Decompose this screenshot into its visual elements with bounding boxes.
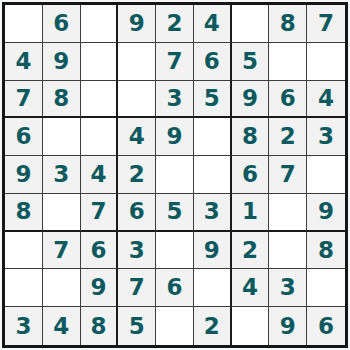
sudoku-cell-r9c2[interactable]: 4 (43, 307, 81, 345)
sudoku-cell-r9c8[interactable]: 9 (269, 307, 307, 345)
sudoku-cell-r7c6[interactable]: 9 (194, 232, 232, 270)
sudoku-cell-r1c8[interactable]: 8 (269, 5, 307, 43)
sudoku-cell-r7c1[interactable] (5, 232, 43, 270)
sudoku-cell-r3c5[interactable]: 3 (156, 81, 194, 119)
sudoku-cell-r1c4[interactable]: 9 (118, 5, 156, 43)
sudoku-cell-r1c3[interactable] (81, 5, 119, 43)
sudoku-cell-r5c9[interactable] (307, 156, 345, 194)
sudoku-cell-r2c1[interactable]: 4 (5, 43, 43, 81)
sudoku-cell-r1c9[interactable]: 7 (307, 5, 345, 43)
sudoku-cell-r1c5[interactable]: 2 (156, 5, 194, 43)
sudoku-cell-r3c3[interactable] (81, 81, 119, 119)
sudoku-cell-r6c6[interactable]: 3 (194, 194, 232, 232)
sudoku-cell-r1c7[interactable] (232, 5, 270, 43)
sudoku-cell-r6c9[interactable]: 9 (307, 194, 345, 232)
sudoku-cell-r2c4[interactable] (118, 43, 156, 81)
sudoku-cell-r1c2[interactable]: 6 (43, 5, 81, 43)
sudoku-cell-r7c7[interactable]: 2 (232, 232, 270, 270)
sudoku-cell-r4c9[interactable]: 3 (307, 118, 345, 156)
sudoku-cell-r4c1[interactable]: 6 (5, 118, 43, 156)
sudoku-cell-r2c6[interactable]: 6 (194, 43, 232, 81)
sudoku-cell-r9c5[interactable] (156, 307, 194, 345)
sudoku-cell-r8c6[interactable] (194, 269, 232, 307)
sudoku-cell-r2c9[interactable] (307, 43, 345, 81)
sudoku-cell-r9c9[interactable]: 6 (307, 307, 345, 345)
sudoku-cell-r5c2[interactable]: 3 (43, 156, 81, 194)
sudoku-cell-r4c5[interactable]: 9 (156, 118, 194, 156)
sudoku-cell-r6c5[interactable]: 5 (156, 194, 194, 232)
sudoku-cell-r8c8[interactable]: 3 (269, 269, 307, 307)
sudoku-cell-r8c9[interactable] (307, 269, 345, 307)
sudoku-cell-r5c6[interactable] (194, 156, 232, 194)
sudoku-cell-r6c3[interactable]: 7 (81, 194, 119, 232)
sudoku-cell-r5c4[interactable]: 2 (118, 156, 156, 194)
sudoku-cell-r7c9[interactable]: 8 (307, 232, 345, 270)
sudoku-cell-r6c2[interactable] (43, 194, 81, 232)
sudoku-cell-r7c4[interactable]: 3 (118, 232, 156, 270)
sudoku-cell-r3c2[interactable]: 8 (43, 81, 81, 119)
sudoku-cell-r7c3[interactable]: 6 (81, 232, 119, 270)
sudoku-cell-r4c6[interactable] (194, 118, 232, 156)
sudoku-cell-r4c8[interactable]: 2 (269, 118, 307, 156)
sudoku-cell-r5c1[interactable]: 9 (5, 156, 43, 194)
sudoku-cell-r4c4[interactable]: 4 (118, 118, 156, 156)
sudoku-cell-r8c1[interactable] (5, 269, 43, 307)
sudoku-cell-r5c8[interactable]: 7 (269, 156, 307, 194)
sudoku-cell-r5c3[interactable]: 4 (81, 156, 119, 194)
sudoku-cell-r1c1[interactable] (5, 5, 43, 43)
sudoku-cell-r6c7[interactable]: 1 (232, 194, 270, 232)
sudoku-cell-r8c4[interactable]: 7 (118, 269, 156, 307)
sudoku-cell-r8c3[interactable]: 9 (81, 269, 119, 307)
sudoku-cell-r1c6[interactable]: 4 (194, 5, 232, 43)
sudoku-cell-r8c7[interactable]: 4 (232, 269, 270, 307)
sudoku-cell-r2c2[interactable]: 9 (43, 43, 81, 81)
sudoku-cell-r8c5[interactable]: 6 (156, 269, 194, 307)
sudoku-cell-r9c7[interactable] (232, 307, 270, 345)
sudoku-cell-r3c8[interactable]: 6 (269, 81, 307, 119)
sudoku-cell-r4c2[interactable] (43, 118, 81, 156)
sudoku-cell-r4c7[interactable]: 8 (232, 118, 270, 156)
sudoku-cell-r9c6[interactable]: 2 (194, 307, 232, 345)
sudoku-cell-r2c5[interactable]: 7 (156, 43, 194, 81)
sudoku-cell-r6c4[interactable]: 6 (118, 194, 156, 232)
sudoku-cell-r9c1[interactable]: 3 (5, 307, 43, 345)
sudoku-cell-r2c8[interactable] (269, 43, 307, 81)
sudoku-cell-r5c7[interactable]: 6 (232, 156, 270, 194)
sudoku-cell-r3c4[interactable] (118, 81, 156, 119)
sudoku-cell-r7c2[interactable]: 7 (43, 232, 81, 270)
sudoku-cell-r8c2[interactable] (43, 269, 81, 307)
sudoku-cell-r9c4[interactable]: 5 (118, 307, 156, 345)
sudoku-cell-r3c9[interactable]: 4 (307, 81, 345, 119)
sudoku-cell-r3c6[interactable]: 5 (194, 81, 232, 119)
sudoku-board: 6924874976578359646498239342678765319763… (2, 2, 348, 348)
sudoku-cell-r6c8[interactable] (269, 194, 307, 232)
sudoku-cell-r5c5[interactable] (156, 156, 194, 194)
sudoku-cell-r7c8[interactable] (269, 232, 307, 270)
sudoku-cell-r3c1[interactable]: 7 (5, 81, 43, 119)
sudoku-cell-r2c3[interactable] (81, 43, 119, 81)
sudoku-cell-r3c7[interactable]: 9 (232, 81, 270, 119)
sudoku-cell-r2c7[interactable]: 5 (232, 43, 270, 81)
sudoku-cell-r7c5[interactable] (156, 232, 194, 270)
sudoku-cell-r4c3[interactable] (81, 118, 119, 156)
sudoku-cell-r6c1[interactable]: 8 (5, 194, 43, 232)
sudoku-cell-r9c3[interactable]: 8 (81, 307, 119, 345)
